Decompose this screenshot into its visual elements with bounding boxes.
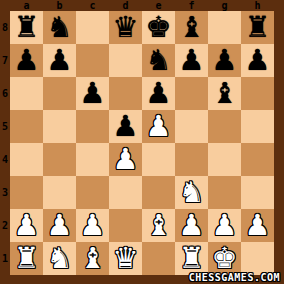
file-label-c: c [76,0,109,11]
square-c4[interactable] [76,143,109,176]
square-h4[interactable] [241,143,274,176]
square-c6[interactable]: ♟ [76,77,109,110]
piece-black-pawn-c6[interactable]: ♟ [80,77,106,110]
piece-white-pawn-e5[interactable]: ♟ [146,110,172,143]
square-f4[interactable] [175,143,208,176]
rank-label-5: 5 [0,110,10,143]
square-f8[interactable]: ♝ [175,11,208,44]
rank-label-2: 2 [0,209,10,242]
rank-label-6: 6 [0,77,10,110]
piece-white-knight-f3[interactable]: ♞ [179,176,205,209]
file-label-g: g [208,0,241,11]
piece-black-rook-a8[interactable]: ♜ [14,11,40,44]
piece-white-queen-d1[interactable]: ♛ [113,242,139,275]
square-e6[interactable]: ♟ [142,77,175,110]
site-watermark: CHESSGAMES.COM [189,271,280,284]
piece-white-pawn-h2[interactable]: ♟ [245,209,271,242]
file-label-d: d [109,0,142,11]
square-h8[interactable]: ♜ [241,11,274,44]
square-h6[interactable] [241,77,274,110]
rank-label-4: 4 [0,143,10,176]
rank-label-8: 8 [0,11,10,44]
square-a1[interactable]: ♜ [10,242,43,275]
square-f2[interactable]: ♟ [175,209,208,242]
rank-label-7: 7 [0,44,10,77]
piece-black-knight-e7[interactable]: ♞ [146,44,172,77]
piece-black-bishop-f8[interactable]: ♝ [179,11,205,44]
piece-white-knight-b1[interactable]: ♞ [47,242,73,275]
piece-white-rook-a1[interactable]: ♜ [14,242,40,275]
square-a2[interactable]: ♟ [10,209,43,242]
square-f7[interactable]: ♟ [175,44,208,77]
piece-black-bishop-g6[interactable]: ♝ [212,77,238,110]
rank-label-1: 1 [0,242,10,275]
piece-black-pawn-b7[interactable]: ♟ [47,44,73,77]
square-a6[interactable] [10,77,43,110]
square-d5[interactable]: ♟ [109,110,142,143]
square-c1[interactable]: ♝ [76,242,109,275]
chessboard-frame: ♜♞♛♚♝♜♟♟♞♟♟♟♟♟♝♟♟♟♞♟♟♟♝♟♟♟♜♞♝♛♜♚ abcdefg… [0,0,284,284]
square-h3[interactable] [241,176,274,209]
square-d1[interactable]: ♛ [109,242,142,275]
square-e2[interactable]: ♝ [142,209,175,242]
piece-black-pawn-h7[interactable]: ♟ [245,44,271,77]
square-d8[interactable]: ♛ [109,11,142,44]
square-a8[interactable]: ♜ [10,11,43,44]
square-b5[interactable] [43,110,76,143]
file-label-f: f [175,0,208,11]
square-e4[interactable] [142,143,175,176]
square-e5[interactable]: ♟ [142,110,175,143]
square-e7[interactable]: ♞ [142,44,175,77]
square-g4[interactable] [208,143,241,176]
square-b2[interactable]: ♟ [43,209,76,242]
piece-white-bishop-e2[interactable]: ♝ [146,209,172,242]
square-b7[interactable]: ♟ [43,44,76,77]
square-f6[interactable] [175,77,208,110]
square-b1[interactable]: ♞ [43,242,76,275]
square-g6[interactable]: ♝ [208,77,241,110]
square-c7[interactable] [76,44,109,77]
square-e8[interactable]: ♚ [142,11,175,44]
piece-black-pawn-e6[interactable]: ♟ [146,77,172,110]
square-g7[interactable]: ♟ [208,44,241,77]
square-f5[interactable] [175,110,208,143]
piece-white-pawn-g2[interactable]: ♟ [212,209,238,242]
piece-black-queen-d8[interactable]: ♛ [113,11,139,44]
piece-black-rook-h8[interactable]: ♜ [245,11,271,44]
square-h5[interactable] [241,110,274,143]
square-a5[interactable] [10,110,43,143]
piece-black-pawn-a7[interactable]: ♟ [14,44,40,77]
piece-white-pawn-c2[interactable]: ♟ [80,209,106,242]
square-b8[interactable]: ♞ [43,11,76,44]
square-h2[interactable]: ♟ [241,209,274,242]
square-d3[interactable] [109,176,142,209]
square-d4[interactable]: ♟ [109,143,142,176]
file-label-b: b [43,0,76,11]
square-d6[interactable] [109,77,142,110]
piece-white-pawn-a2[interactable]: ♟ [14,209,40,242]
piece-black-pawn-d5[interactable]: ♟ [113,110,139,143]
square-c8[interactable] [76,11,109,44]
square-b6[interactable] [43,77,76,110]
square-b3[interactable] [43,176,76,209]
square-c5[interactable] [76,110,109,143]
piece-white-pawn-b2[interactable]: ♟ [47,209,73,242]
piece-white-pawn-f2[interactable]: ♟ [179,209,205,242]
square-g8[interactable] [208,11,241,44]
file-label-a: a [10,0,43,11]
square-g3[interactable] [208,176,241,209]
file-label-e: e [142,0,175,11]
square-g5[interactable] [208,110,241,143]
square-a3[interactable] [10,176,43,209]
square-a4[interactable] [10,143,43,176]
piece-black-pawn-g7[interactable]: ♟ [212,44,238,77]
rank-label-3: 3 [0,176,10,209]
square-c2[interactable]: ♟ [76,209,109,242]
square-g2[interactable]: ♟ [208,209,241,242]
square-e3[interactable] [142,176,175,209]
chessboard: ♜♞♛♚♝♜♟♟♞♟♟♟♟♟♝♟♟♟♞♟♟♟♝♟♟♟♜♞♝♛♜♚ [10,11,274,275]
square-c3[interactable] [76,176,109,209]
square-h7[interactable]: ♟ [241,44,274,77]
square-b4[interactable] [43,143,76,176]
square-e1[interactable] [142,242,175,275]
square-f3[interactable]: ♞ [175,176,208,209]
piece-black-pawn-f7[interactable]: ♟ [179,44,205,77]
piece-black-knight-b8[interactable]: ♞ [47,11,73,44]
piece-black-king-e8[interactable]: ♚ [146,11,172,44]
square-d7[interactable] [109,44,142,77]
square-a7[interactable]: ♟ [10,44,43,77]
piece-white-bishop-c1[interactable]: ♝ [80,242,106,275]
file-label-h: h [241,0,274,11]
square-d2[interactable] [109,209,142,242]
piece-white-pawn-d4[interactable]: ♟ [113,143,139,176]
